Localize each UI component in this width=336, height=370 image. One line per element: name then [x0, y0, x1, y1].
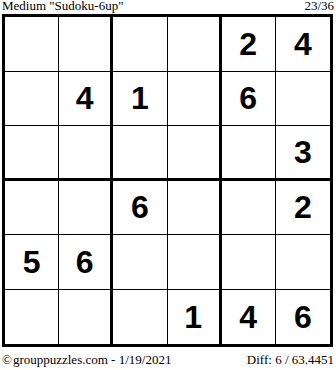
- cell-r4c3: 6: [113, 181, 167, 236]
- cell-r3c6: 3: [276, 126, 330, 181]
- cell-r4c5[interactable]: [222, 181, 276, 236]
- footer-credit: © grouppuzzles.com - 1/19/2021: [2, 352, 171, 367]
- cell-r5c5[interactable]: [222, 235, 276, 290]
- puzzle-title: Medium "Sudoku-6up": [2, 0, 123, 13]
- cell-r4c6: 2: [276, 181, 330, 236]
- footer-site-date: grouppuzzles.com - 1/19/2021: [13, 352, 172, 367]
- cell-r5c4[interactable]: [168, 235, 222, 290]
- cell-r5c1: 5: [5, 235, 59, 290]
- cell-r3c3[interactable]: [113, 126, 167, 181]
- puzzle-header: Medium "Sudoku-6up" 23/36: [2, 0, 334, 13]
- difficulty-label: Diff: 6 / 63.4451: [247, 352, 334, 367]
- puzzle-footer: © grouppuzzles.com - 1/19/2021 Diff: 6 /…: [2, 352, 334, 367]
- cell-r1c6: 4: [276, 17, 330, 72]
- cell-r5c6[interactable]: [276, 235, 330, 290]
- cell-r6c5: 4: [222, 290, 276, 345]
- cell-r6c2[interactable]: [59, 290, 113, 345]
- cell-r5c2: 6: [59, 235, 113, 290]
- cell-r4c4[interactable]: [168, 181, 222, 236]
- sudoku-board: 2 4 4 1 6 3 6 2 5 6 1 4 6: [2, 14, 333, 347]
- cell-r2c6[interactable]: [276, 72, 330, 127]
- cell-r1c4[interactable]: [168, 17, 222, 72]
- cell-r2c4[interactable]: [168, 72, 222, 127]
- cell-r6c4: 1: [168, 290, 222, 345]
- cell-r3c4[interactable]: [168, 126, 222, 181]
- cell-r1c5: 2: [222, 17, 276, 72]
- puzzle-number: 23/36: [304, 0, 334, 13]
- cell-r1c2[interactable]: [59, 17, 113, 72]
- cell-r4c1[interactable]: [5, 181, 59, 236]
- cell-r6c6: 6: [276, 290, 330, 345]
- cell-r1c1[interactable]: [5, 17, 59, 72]
- cell-r6c1[interactable]: [5, 290, 59, 345]
- cell-r2c2: 4: [59, 72, 113, 127]
- cell-r5c3[interactable]: [113, 235, 167, 290]
- cell-r2c3: 1: [113, 72, 167, 127]
- cell-r2c5: 6: [222, 72, 276, 127]
- cell-r4c2[interactable]: [59, 181, 113, 236]
- cell-r3c5[interactable]: [222, 126, 276, 181]
- cell-r3c2[interactable]: [59, 126, 113, 181]
- cell-r6c3[interactable]: [113, 290, 167, 345]
- copyright-icon: ©: [2, 352, 12, 367]
- cell-r3c1[interactable]: [5, 126, 59, 181]
- cell-r2c1[interactable]: [5, 72, 59, 127]
- cell-r1c3[interactable]: [113, 17, 167, 72]
